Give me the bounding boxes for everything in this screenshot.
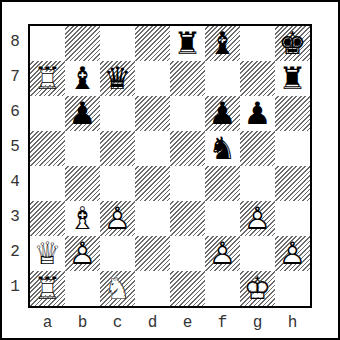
- black-rook-glyph: ♜: [174, 26, 202, 61]
- square-f5[interactable]: ♞: [205, 131, 240, 166]
- white-bishop-glyph: ♗: [69, 201, 97, 236]
- white-pawn-glyph: ♙: [209, 236, 237, 271]
- black-queen-glyph: ♛: [104, 61, 132, 96]
- file-label-d: d: [135, 310, 170, 336]
- square-d1[interactable]: [135, 271, 170, 306]
- white-queen-glyph: ♕: [34, 236, 62, 271]
- white-pawn-glyph: ♙: [69, 236, 97, 271]
- square-h8[interactable]: ♚: [275, 26, 310, 61]
- file-label-f: f: [205, 310, 240, 336]
- black-knight-glyph: ♞: [209, 131, 237, 166]
- square-b2[interactable]: ♟♙: [65, 236, 100, 271]
- black-pawn: ♟: [240, 96, 275, 131]
- square-h3[interactable]: [275, 201, 310, 236]
- square-c4[interactable]: [100, 166, 135, 201]
- black-bishop: ♝: [65, 61, 100, 96]
- black-bishop-glyph: ♝: [209, 26, 237, 61]
- square-g8[interactable]: [240, 26, 275, 61]
- black-bishop: ♝: [205, 26, 240, 61]
- square-c6[interactable]: [100, 96, 135, 131]
- square-a3[interactable]: [30, 201, 65, 236]
- square-a5[interactable]: [30, 131, 65, 166]
- white-pawn-glyph: ♙: [279, 236, 307, 271]
- square-d3[interactable]: [135, 201, 170, 236]
- white-pawn: ♟♙: [240, 201, 275, 236]
- white-king: ♚♔: [240, 271, 275, 306]
- square-e3[interactable]: [170, 201, 205, 236]
- square-d6[interactable]: [135, 96, 170, 131]
- square-c3[interactable]: ♟♙: [100, 201, 135, 236]
- square-f3[interactable]: [205, 201, 240, 236]
- square-e1[interactable]: [170, 271, 205, 306]
- square-a8[interactable]: [30, 26, 65, 61]
- white-pawn-glyph: ♙: [244, 201, 272, 236]
- square-g1[interactable]: ♚♔: [240, 271, 275, 306]
- black-rook-glyph: ♜: [279, 61, 307, 96]
- square-f6[interactable]: ♟: [205, 96, 240, 131]
- rank-label-3: 3: [5, 199, 25, 234]
- square-b7[interactable]: ♝: [65, 61, 100, 96]
- file-labels: abcdefgh: [30, 310, 310, 336]
- square-h1[interactable]: [275, 271, 310, 306]
- white-pawn: ♟♙: [100, 201, 135, 236]
- square-f7[interactable]: [205, 61, 240, 96]
- rank-labels: 87654321: [5, 24, 25, 304]
- board: ♜♝♚♜♖♝♛♜♟♟♟♞♝♗♟♙♟♙♛♕♟♙♟♙♟♙♜♖♞♘♚♔: [28, 24, 312, 308]
- square-g7[interactable]: [240, 61, 275, 96]
- file-label-e: e: [170, 310, 205, 336]
- square-c2[interactable]: [100, 236, 135, 271]
- black-rook: ♜: [170, 26, 205, 61]
- white-rook: ♜♖: [30, 271, 65, 306]
- white-pawn-glyph: ♙: [104, 201, 132, 236]
- square-f4[interactable]: [205, 166, 240, 201]
- rank-label-7: 7: [5, 59, 25, 94]
- black-rook: ♜: [275, 61, 310, 96]
- square-c5[interactable]: [100, 131, 135, 166]
- black-bishop-glyph: ♝: [69, 61, 97, 96]
- square-e8[interactable]: ♜: [170, 26, 205, 61]
- square-a4[interactable]: [30, 166, 65, 201]
- white-rook-glyph: ♖: [34, 271, 62, 306]
- square-a1[interactable]: ♜♖: [30, 271, 65, 306]
- file-label-a: a: [30, 310, 65, 336]
- square-b5[interactable]: [65, 131, 100, 166]
- black-king-glyph: ♚: [279, 26, 307, 61]
- file-label-g: g: [240, 310, 275, 336]
- white-knight-glyph: ♘: [104, 271, 132, 306]
- square-e7[interactable]: [170, 61, 205, 96]
- black-pawn-glyph: ♟: [69, 96, 97, 131]
- square-c1[interactable]: ♞♘: [100, 271, 135, 306]
- square-e5[interactable]: [170, 131, 205, 166]
- white-rook: ♜♖: [30, 61, 65, 96]
- black-queen: ♛: [100, 61, 135, 96]
- black-king: ♚: [275, 26, 310, 61]
- white-queen: ♛♕: [30, 236, 65, 271]
- rank-label-2: 2: [5, 234, 25, 269]
- square-c7[interactable]: ♛: [100, 61, 135, 96]
- file-label-b: b: [65, 310, 100, 336]
- square-f2[interactable]: ♟♙: [205, 236, 240, 271]
- square-e6[interactable]: [170, 96, 205, 131]
- black-pawn: ♟: [65, 96, 100, 131]
- square-d4[interactable]: [135, 166, 170, 201]
- white-king-glyph: ♔: [244, 271, 272, 306]
- square-a2[interactable]: ♛♕: [30, 236, 65, 271]
- white-rook-glyph: ♖: [34, 61, 62, 96]
- square-f8[interactable]: ♝: [205, 26, 240, 61]
- rank-label-6: 6: [5, 94, 25, 129]
- square-d8[interactable]: [135, 26, 170, 61]
- square-b1[interactable]: [65, 271, 100, 306]
- square-g3[interactable]: ♟♙: [240, 201, 275, 236]
- black-pawn: ♟: [205, 96, 240, 131]
- square-b3[interactable]: ♝♗: [65, 201, 100, 236]
- square-b4[interactable]: [65, 166, 100, 201]
- square-d7[interactable]: [135, 61, 170, 96]
- square-g2[interactable]: [240, 236, 275, 271]
- black-knight: ♞: [205, 131, 240, 166]
- square-f1[interactable]: [205, 271, 240, 306]
- white-pawn: ♟♙: [275, 236, 310, 271]
- white-bishop: ♝♗: [65, 201, 100, 236]
- square-g4[interactable]: [240, 166, 275, 201]
- rank-label-4: 4: [5, 164, 25, 199]
- file-label-c: c: [100, 310, 135, 336]
- square-h6[interactable]: [275, 96, 310, 131]
- rank-label-1: 1: [5, 269, 25, 304]
- file-label-h: h: [275, 310, 310, 336]
- chess-diagram: 87654321 ♜♝♚♜♖♝♛♜♟♟♟♞♝♗♟♙♟♙♛♕♟♙♟♙♟♙♜♖♞♘♚…: [0, 0, 340, 340]
- square-g6[interactable]: ♟: [240, 96, 275, 131]
- square-c8[interactable]: [100, 26, 135, 61]
- square-h4[interactable]: [275, 166, 310, 201]
- square-h2[interactable]: ♟♙: [275, 236, 310, 271]
- white-pawn: ♟♙: [65, 236, 100, 271]
- rank-label-8: 8: [5, 24, 25, 59]
- square-h7[interactable]: ♜: [275, 61, 310, 96]
- square-e2[interactable]: [170, 236, 205, 271]
- white-pawn: ♟♙: [205, 236, 240, 271]
- square-a7[interactable]: ♜♖: [30, 61, 65, 96]
- black-pawn-glyph: ♟: [209, 96, 237, 131]
- square-h5[interactable]: [275, 131, 310, 166]
- square-g5[interactable]: [240, 131, 275, 166]
- square-e4[interactable]: [170, 166, 205, 201]
- square-b8[interactable]: [65, 26, 100, 61]
- square-a6[interactable]: [30, 96, 65, 131]
- square-d2[interactable]: [135, 236, 170, 271]
- square-d5[interactable]: [135, 131, 170, 166]
- black-pawn-glyph: ♟: [244, 96, 272, 131]
- square-b6[interactable]: ♟: [65, 96, 100, 131]
- rank-label-5: 5: [5, 129, 25, 164]
- white-knight: ♞♘: [100, 271, 135, 306]
